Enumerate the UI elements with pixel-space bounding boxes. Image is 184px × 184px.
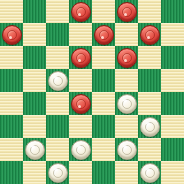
square-r6c2 (23, 115, 46, 138)
square-r2c8 (161, 23, 184, 46)
white-man[interactable] (25, 140, 45, 160)
white-man[interactable] (117, 94, 137, 114)
square-r8c5[interactable] (92, 161, 115, 184)
white-man[interactable] (117, 140, 137, 160)
square-r1c5 (92, 0, 115, 23)
square-r5c7 (138, 92, 161, 115)
square-r5c3 (46, 92, 69, 115)
square-r3c2[interactable] (23, 46, 46, 69)
square-r5c6[interactable] (115, 92, 138, 115)
white-man[interactable] (140, 163, 160, 183)
square-r3c3 (46, 46, 69, 69)
square-r5c1 (0, 92, 23, 115)
square-r1c2[interactable] (23, 0, 46, 23)
square-r6c4 (69, 115, 92, 138)
square-r6c1[interactable] (0, 115, 23, 138)
red-man[interactable] (140, 25, 160, 45)
square-r5c4[interactable] (69, 92, 92, 115)
red-man[interactable] (2, 25, 22, 45)
square-r7c7 (138, 138, 161, 161)
square-r5c5 (92, 92, 115, 115)
square-r4c5[interactable] (92, 69, 115, 92)
square-r7c2[interactable] (23, 138, 46, 161)
red-man[interactable] (71, 48, 91, 68)
square-r2c2 (23, 23, 46, 46)
square-r4c7[interactable] (138, 69, 161, 92)
white-man[interactable] (48, 163, 68, 183)
square-r4c1[interactable] (0, 69, 23, 92)
square-r7c1 (0, 138, 23, 161)
square-r6c5[interactable] (92, 115, 115, 138)
square-r3c7 (138, 46, 161, 69)
square-r4c6 (115, 69, 138, 92)
square-r6c8 (161, 115, 184, 138)
white-man[interactable] (140, 117, 160, 137)
square-r2c3[interactable] (46, 23, 69, 46)
square-r4c3[interactable] (46, 69, 69, 92)
square-r1c6[interactable] (115, 0, 138, 23)
square-r8c2 (23, 161, 46, 184)
square-r2c5[interactable] (92, 23, 115, 46)
square-r8c7[interactable] (138, 161, 161, 184)
square-r8c8 (161, 161, 184, 184)
square-r1c7 (138, 0, 161, 23)
square-r7c4[interactable] (69, 138, 92, 161)
checkers-board (0, 0, 184, 184)
square-r4c4 (69, 69, 92, 92)
white-man[interactable] (71, 140, 91, 160)
square-r1c3 (46, 0, 69, 23)
square-r7c3 (46, 138, 69, 161)
square-r1c1 (0, 0, 23, 23)
square-r2c7[interactable] (138, 23, 161, 46)
white-man[interactable] (48, 71, 68, 91)
square-r2c1[interactable] (0, 23, 23, 46)
square-r2c4 (69, 23, 92, 46)
square-r4c2 (23, 69, 46, 92)
square-r2c6 (115, 23, 138, 46)
square-r7c8[interactable] (161, 138, 184, 161)
square-r5c2[interactable] (23, 92, 46, 115)
square-r4c8 (161, 69, 184, 92)
square-r3c5 (92, 46, 115, 69)
red-man[interactable] (71, 2, 91, 22)
square-r7c5 (92, 138, 115, 161)
square-r3c1 (0, 46, 23, 69)
square-r3c8[interactable] (161, 46, 184, 69)
square-r8c4 (69, 161, 92, 184)
square-r6c7[interactable] (138, 115, 161, 138)
red-man[interactable] (94, 25, 114, 45)
square-r3c4[interactable] (69, 46, 92, 69)
red-man[interactable] (71, 94, 91, 114)
red-man[interactable] (117, 48, 137, 68)
square-r8c6 (115, 161, 138, 184)
square-r6c6 (115, 115, 138, 138)
square-r8c3[interactable] (46, 161, 69, 184)
square-r1c4[interactable] (69, 0, 92, 23)
square-r1c8[interactable] (161, 0, 184, 23)
square-r3c6[interactable] (115, 46, 138, 69)
red-man[interactable] (117, 2, 137, 22)
square-r8c1[interactable] (0, 161, 23, 184)
square-r7c6[interactable] (115, 138, 138, 161)
square-r6c3[interactable] (46, 115, 69, 138)
square-r5c8[interactable] (161, 92, 184, 115)
